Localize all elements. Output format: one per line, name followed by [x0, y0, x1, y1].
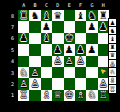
black-bishop-piece: ♝	[42, 11, 51, 21]
black-pawn-piece: ♟	[53, 45, 62, 55]
square-e5[interactable]: ♟	[64, 44, 75, 55]
black-bishop-piece: ♝	[42, 33, 51, 43]
white-pawn-piece: ♙	[53, 56, 62, 66]
black-bishop-piece: ♝	[76, 11, 85, 21]
tray-slot: ♟	[109, 19, 116, 27]
square-d8[interactable]: ♛	[52, 10, 63, 21]
rank-label-2: 2	[9, 78, 16, 89]
square-e3[interactable]	[64, 67, 75, 78]
square-d5[interactable]: ♟	[52, 44, 63, 55]
square-a4[interactable]	[18, 56, 29, 67]
tray-slot: ♛	[109, 52, 116, 60]
file-label-f: F	[75, 2, 86, 9]
square-d2[interactable]	[52, 78, 63, 89]
square-b6[interactable]	[29, 33, 40, 44]
square-f4[interactable]: ♙	[75, 56, 86, 67]
square-a2[interactable]: ♙	[18, 78, 29, 89]
selection-cursor-icon[interactable]: ➤	[98, 64, 110, 76]
rank-label-3: 3	[9, 67, 16, 78]
square-a1[interactable]: ♖	[18, 90, 29, 101]
square-e6[interactable]: ♚	[64, 33, 75, 44]
square-e7[interactable]	[64, 21, 75, 32]
rank-labels: 87654321	[9, 10, 16, 101]
square-b1[interactable]	[29, 90, 40, 101]
tray-slot: ♖	[109, 85, 116, 93]
square-d6[interactable]	[52, 33, 63, 44]
tray-slot: ♜	[109, 44, 116, 52]
square-c4[interactable]	[41, 56, 52, 67]
rank-label-6: 6	[9, 33, 16, 44]
square-d7[interactable]	[52, 21, 63, 32]
square-g1[interactable]: ♘	[86, 90, 97, 101]
white-pawn-piece: ♙	[65, 56, 74, 66]
square-e8[interactable]	[64, 10, 75, 21]
white-rook-icon: ♖	[110, 86, 115, 92]
square-g4[interactable]	[86, 56, 97, 67]
black-knight-icon: ♞	[110, 28, 115, 34]
black-queen-piece: ♛	[53, 11, 62, 21]
file-label-e: E	[64, 2, 75, 9]
black-knight-piece: ♞	[87, 11, 96, 21]
black-king-piece: ♚	[65, 33, 74, 43]
black-pawn-piece: ♟	[65, 45, 74, 55]
black-knight-piece: ♞	[31, 11, 40, 21]
black-rook-icon: ♜	[110, 44, 115, 50]
file-label-c: C	[41, 2, 52, 9]
black-pawn-piece: ♟	[99, 22, 108, 32]
square-a6[interactable]: ♟	[18, 33, 29, 44]
square-e4[interactable]: ♙	[64, 56, 75, 67]
square-c7[interactable]: ♟	[41, 21, 52, 32]
square-f5[interactable]: ♟	[75, 44, 86, 55]
white-knight-piece: ♘	[87, 90, 96, 100]
file-label-d: D	[52, 2, 63, 9]
square-c6[interactable]: ♝	[41, 33, 52, 44]
square-b3[interactable]: ♙	[29, 67, 40, 78]
square-a7[interactable]	[18, 21, 29, 32]
white-pawn-piece: ♙	[99, 79, 108, 89]
square-b2[interactable]: ♙	[29, 78, 40, 89]
square-c2[interactable]	[41, 78, 52, 89]
tray-slot: ♗	[109, 77, 116, 85]
square-a3[interactable]: ♘	[18, 67, 29, 78]
black-pawn-icon: ♟	[110, 20, 115, 26]
file-label-h: H	[98, 2, 109, 9]
square-a8[interactable]: ♜	[18, 10, 29, 21]
square-c5[interactable]	[41, 44, 52, 55]
white-rook-piece: ♖	[99, 90, 108, 100]
white-knight-icon: ♘	[110, 69, 115, 75]
white-pawn-piece: ♙	[76, 56, 85, 66]
square-c8[interactable]: ♝	[41, 10, 52, 21]
rank-label-4: 4	[9, 56, 16, 67]
rank-label-7: 7	[9, 21, 16, 32]
square-c1[interactable]: ♗	[41, 90, 52, 101]
square-e1[interactable]: ♔	[64, 90, 75, 101]
black-pawn-piece: ♟	[42, 22, 51, 32]
square-f2[interactable]	[75, 78, 86, 89]
white-rook-piece: ♖	[19, 90, 28, 100]
tray-slot: ♝	[109, 35, 116, 43]
tray-slot: ♙	[109, 60, 116, 68]
square-d3[interactable]	[52, 67, 63, 78]
black-bishop-icon: ♝	[110, 36, 115, 42]
black-rook-piece: ♜	[99, 11, 108, 21]
square-d1[interactable]: ♕	[52, 90, 63, 101]
white-pawn-piece: ♙	[31, 68, 40, 78]
black-queen-icon: ♛	[110, 52, 115, 58]
square-g7[interactable]: ♟	[86, 21, 97, 32]
square-g2[interactable]	[86, 78, 97, 89]
white-pawn-icon: ♙	[110, 61, 115, 67]
square-g6[interactable]	[86, 33, 97, 44]
square-b5[interactable]	[29, 44, 40, 55]
square-g8[interactable]: ♞	[86, 10, 97, 21]
square-g3[interactable]	[86, 67, 97, 78]
white-queen-piece: ♕	[53, 90, 62, 100]
file-labels: ABCDEFGH	[18, 2, 109, 9]
square-f6[interactable]	[75, 33, 86, 44]
white-king-piece: ♔	[65, 90, 74, 100]
square-f8[interactable]: ♝	[75, 10, 86, 21]
black-pawn-piece: ♟	[19, 33, 28, 43]
white-bishop-piece: ♗	[42, 90, 51, 100]
square-f3[interactable]	[75, 67, 86, 78]
piece-tray: ♟♞♝♜♛♙♘♗♖	[108, 18, 117, 94]
black-pawn-piece: ♟	[76, 45, 85, 55]
square-f7[interactable]	[75, 21, 86, 32]
square-b4[interactable]	[29, 56, 40, 67]
square-g5[interactable]: ♟	[86, 44, 97, 55]
file-label-b: B	[29, 2, 40, 9]
square-a5[interactable]	[18, 44, 29, 55]
black-pawn-piece: ♟	[87, 45, 96, 55]
square-e2[interactable]	[64, 78, 75, 89]
rank-label-5: 5	[9, 44, 16, 55]
white-pawn-piece: ♙	[19, 79, 28, 89]
tray-slot: ♘	[109, 68, 116, 76]
white-bishop-icon: ♗	[110, 77, 115, 83]
black-pawn-piece: ♟	[87, 22, 96, 32]
white-bishop-piece: ♗	[76, 90, 85, 100]
white-pawn-piece: ♙	[31, 79, 40, 89]
white-knight-piece: ♘	[19, 68, 28, 78]
square-c3[interactable]	[41, 67, 52, 78]
square-b8[interactable]: ♞	[29, 10, 40, 21]
file-label-a: A	[18, 2, 29, 9]
black-rook-piece: ♜	[19, 11, 28, 21]
square-f1[interactable]: ♗	[75, 90, 86, 101]
square-b7[interactable]	[29, 21, 40, 32]
chess-board: ♜♞♝♛♝♞♜♟♟♟♟♝♚♟♟♟♟♙♙♙♘♙♙♙♙♖♗♕♔♗♘♖	[18, 10, 109, 101]
rank-label-1: 1	[9, 90, 16, 101]
square-d4[interactable]: ♙	[52, 56, 63, 67]
rank-label-8: 8	[9, 10, 16, 21]
file-label-g: G	[86, 2, 97, 9]
tray-slot: ♞	[109, 27, 116, 35]
